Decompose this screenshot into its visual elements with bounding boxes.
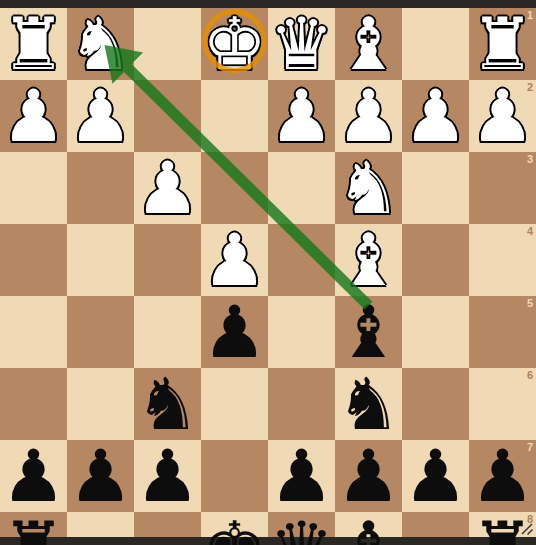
square-e3[interactable] (201, 152, 268, 224)
black-pawn[interactable]: ♟ (336, 440, 401, 512)
square-b1[interactable] (402, 8, 469, 80)
square-e1[interactable]: ♚ (201, 8, 268, 80)
square-d8[interactable]: ♛d (268, 512, 335, 545)
black-pawn[interactable]: ♟ (135, 440, 200, 512)
rank-label-1: 1 (527, 9, 533, 21)
black-knight[interactable]: ♞ (336, 368, 401, 440)
square-g6[interactable] (67, 368, 134, 440)
square-g5[interactable] (67, 296, 134, 368)
black-pawn[interactable]: ♟ (1, 440, 66, 512)
chess-app-page: ♜♞♚♛♝♜1♟♟♟♟♟♟2♟♞3♟♝4♟♝5♞♞6♟♟♟♟♟♟♟7♜hgf♚e… (0, 0, 536, 545)
square-h3[interactable] (0, 152, 67, 224)
black-pawn[interactable]: ♟ (470, 440, 535, 512)
resize-line-icon (528, 530, 533, 535)
square-b4[interactable] (402, 224, 469, 296)
black-king[interactable]: ♚ (202, 512, 267, 545)
white-bishop[interactable]: ♝ (336, 224, 401, 296)
square-h2[interactable]: ♟ (0, 80, 67, 152)
white-pawn[interactable]: ♟ (403, 80, 468, 152)
white-pawn[interactable]: ♟ (269, 80, 334, 152)
black-pawn[interactable]: ♟ (202, 296, 267, 368)
black-queen[interactable]: ♛ (269, 512, 334, 545)
square-b7[interactable]: ♟ (402, 440, 469, 512)
white-pawn[interactable]: ♟ (336, 80, 401, 152)
square-h1[interactable]: ♜ (0, 8, 67, 80)
square-a1[interactable]: ♜1 (469, 8, 536, 80)
white-rook[interactable]: ♜ (1, 8, 66, 80)
square-a7[interactable]: ♟7 (469, 440, 536, 512)
white-king[interactable]: ♚ (202, 8, 267, 80)
square-d7[interactable]: ♟ (268, 440, 335, 512)
square-h7[interactable]: ♟ (0, 440, 67, 512)
square-g1[interactable]: ♞ (67, 8, 134, 80)
square-c4[interactable]: ♝ (335, 224, 402, 296)
square-f1[interactable] (134, 8, 201, 80)
white-bishop[interactable]: ♝ (336, 8, 401, 80)
square-e5[interactable]: ♟ (201, 296, 268, 368)
rank-label-4: 4 (527, 225, 533, 237)
square-g3[interactable] (67, 152, 134, 224)
white-pawn[interactable]: ♟ (202, 224, 267, 296)
rank-label-3: 3 (527, 153, 533, 165)
square-c8[interactable]: ♝c (335, 512, 402, 545)
square-c2[interactable]: ♟ (335, 80, 402, 152)
black-rook[interactable]: ♜ (1, 512, 66, 545)
square-a2[interactable]: ♟2 (469, 80, 536, 152)
square-c3[interactable]: ♞ (335, 152, 402, 224)
white-rook[interactable]: ♜ (470, 8, 535, 80)
square-d3[interactable] (268, 152, 335, 224)
square-d1[interactable]: ♛ (268, 8, 335, 80)
white-pawn[interactable]: ♟ (135, 152, 200, 224)
square-d4[interactable] (268, 224, 335, 296)
square-g4[interactable] (67, 224, 134, 296)
square-f6[interactable]: ♞ (134, 368, 201, 440)
board-resize-handle[interactable] (519, 521, 534, 536)
square-a5[interactable]: 5 (469, 296, 536, 368)
rank-label-2: 2 (527, 81, 533, 93)
white-knight[interactable]: ♞ (68, 8, 133, 80)
square-h8[interactable]: ♜h (0, 512, 67, 545)
black-pawn[interactable]: ♟ (403, 440, 468, 512)
black-pawn[interactable]: ♟ (269, 440, 334, 512)
white-knight[interactable]: ♞ (336, 152, 401, 224)
rank-label-5: 5 (527, 297, 533, 309)
square-b2[interactable]: ♟ (402, 80, 469, 152)
black-bishop[interactable]: ♝ (336, 296, 401, 368)
page-background-bottom (0, 537, 536, 545)
square-h6[interactable] (0, 368, 67, 440)
square-a6[interactable]: 6 (469, 368, 536, 440)
rank-label-6: 6 (527, 369, 533, 381)
square-c1[interactable]: ♝ (335, 8, 402, 80)
square-f5[interactable] (134, 296, 201, 368)
square-g7[interactable]: ♟ (67, 440, 134, 512)
square-h4[interactable] (0, 224, 67, 296)
chess-board: ♜♞♚♛♝♜1♟♟♟♟♟♟2♟♞3♟♝4♟♝5♞♞6♟♟♟♟♟♟♟7♜hgf♚e… (0, 8, 536, 537)
black-knight[interactable]: ♞ (135, 368, 200, 440)
square-f2[interactable] (134, 80, 201, 152)
square-d2[interactable]: ♟ (268, 80, 335, 152)
square-e6[interactable] (201, 368, 268, 440)
square-c6[interactable]: ♞ (335, 368, 402, 440)
square-b5[interactable] (402, 296, 469, 368)
square-a3[interactable]: 3 (469, 152, 536, 224)
square-d6[interactable] (268, 368, 335, 440)
white-pawn[interactable]: ♟ (68, 80, 133, 152)
black-bishop[interactable]: ♝ (336, 512, 401, 545)
square-g2[interactable]: ♟ (67, 80, 134, 152)
square-b3[interactable] (402, 152, 469, 224)
square-e7[interactable] (201, 440, 268, 512)
square-c7[interactable]: ♟ (335, 440, 402, 512)
square-f3[interactable]: ♟ (134, 152, 201, 224)
square-e2[interactable] (201, 80, 268, 152)
square-e8[interactable]: ♚e (201, 512, 268, 545)
square-a4[interactable]: 4 (469, 224, 536, 296)
square-f7[interactable]: ♟ (134, 440, 201, 512)
square-b6[interactable] (402, 368, 469, 440)
square-d5[interactable] (268, 296, 335, 368)
white-pawn[interactable]: ♟ (470, 80, 535, 152)
square-h5[interactable] (0, 296, 67, 368)
square-f4[interactable] (134, 224, 201, 296)
square-e4[interactable]: ♟ (201, 224, 268, 296)
rank-label-7: 7 (527, 441, 533, 453)
black-pawn[interactable]: ♟ (68, 440, 133, 512)
white-queen[interactable]: ♛ (269, 8, 334, 80)
white-pawn[interactable]: ♟ (1, 80, 66, 152)
square-c5[interactable]: ♝ (335, 296, 402, 368)
